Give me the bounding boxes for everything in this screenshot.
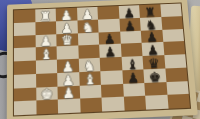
square-g4[interactable]	[79, 84, 101, 98]
square-a6[interactable]: ♟	[118, 5, 140, 18]
square-a7[interactable]: ♜	[139, 4, 161, 17]
square-g3[interactable]: ♟	[57, 85, 79, 99]
square-d4[interactable]	[78, 45, 100, 59]
square-a4[interactable]: ♟	[77, 7, 98, 20]
square-d8[interactable]	[163, 41, 185, 55]
square-c5[interactable]: ♟	[99, 31, 121, 45]
square-g2[interactable]: ♚	[36, 86, 58, 100]
square-e7[interactable]: ♛	[142, 55, 164, 69]
square-h1[interactable]	[14, 101, 36, 116]
square-a5[interactable]	[97, 6, 119, 19]
square-f3[interactable]: ♟	[57, 72, 79, 86]
square-g1[interactable]	[14, 87, 36, 102]
square-g5[interactable]	[101, 83, 123, 97]
square-c6[interactable]	[120, 30, 142, 44]
square-c4[interactable]	[77, 32, 99, 46]
square-b2[interactable]	[35, 21, 56, 35]
square-h4[interactable]	[80, 98, 102, 113]
square-b5[interactable]	[98, 18, 120, 32]
square-d5[interactable]: ♟	[99, 44, 121, 58]
square-h8[interactable]	[167, 94, 190, 109]
square-f6[interactable]: ♟	[122, 69, 144, 83]
square-h3[interactable]	[58, 99, 80, 114]
square-a8[interactable]	[160, 3, 182, 16]
square-d2[interactable]: ♝	[35, 47, 57, 61]
photo-scene: ♜♟♟♟♜♟♞♟♞♟♛♟♟♝♟♟♟♞♝♛♟♝♟♚♚♟	[0, 0, 200, 119]
square-f1[interactable]	[14, 74, 36, 88]
square-b3[interactable]: ♟	[56, 20, 77, 34]
square-f7[interactable]: ♚	[143, 68, 166, 82]
square-a1[interactable]	[14, 9, 35, 22]
square-e6[interactable]: ♝	[121, 56, 143, 70]
square-b7[interactable]: ♞	[140, 17, 162, 30]
square-h2[interactable]	[36, 100, 58, 115]
square-c3[interactable]: ♛	[56, 33, 78, 47]
playing-area: ♜♟♟♟♜♟♞♟♞♟♛♟♟♝♟♟♟♞♝♛♟♝♟♚♚♟	[13, 2, 191, 116]
square-h7[interactable]	[145, 95, 168, 110]
square-f8[interactable]	[165, 67, 188, 81]
square-g7[interactable]	[144, 82, 167, 96]
square-h6[interactable]	[123, 96, 146, 111]
square-f5[interactable]	[100, 70, 122, 84]
square-b4[interactable]: ♞	[77, 19, 99, 33]
square-e3[interactable]: ♟	[57, 59, 79, 73]
square-h5[interactable]	[102, 97, 125, 112]
square-b6[interactable]: ♟	[119, 18, 141, 31]
square-e5[interactable]	[100, 57, 122, 71]
square-e4[interactable]: ♞	[78, 58, 100, 72]
square-a2[interactable]: ♜	[35, 9, 56, 22]
square-g6[interactable]	[123, 82, 146, 96]
square-b8[interactable]	[161, 16, 183, 29]
square-b1[interactable]	[14, 22, 35, 36]
square-g8[interactable]	[166, 81, 189, 95]
square-d6[interactable]	[120, 43, 142, 57]
square-a3[interactable]: ♟	[56, 8, 77, 21]
square-c8[interactable]	[162, 29, 184, 43]
square-c2[interactable]: ♟	[35, 34, 56, 48]
square-c1[interactable]	[14, 35, 35, 49]
square-f4[interactable]: ♝	[79, 71, 101, 85]
square-e2[interactable]	[35, 60, 57, 74]
chess-board: ♜♟♟♟♜♟♞♟♞♟♛♟♟♝♟♟♟♞♝♛♟♝♟♚♚♟	[7, 0, 198, 119]
square-d3[interactable]	[57, 46, 79, 60]
square-c7[interactable]: ♟	[141, 29, 163, 43]
square-d7[interactable]: ♟	[142, 42, 164, 56]
square-f2[interactable]	[36, 73, 58, 87]
square-e1[interactable]	[14, 61, 36, 75]
square-d1[interactable]	[14, 47, 35, 61]
square-e8[interactable]	[164, 54, 187, 68]
